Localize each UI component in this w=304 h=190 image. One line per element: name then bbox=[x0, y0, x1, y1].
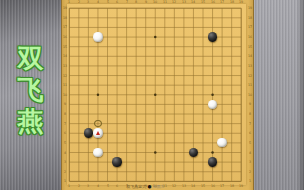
coordinate-label: 11 bbox=[247, 83, 251, 87]
video-frame: 双 飞 燕 1122334455667788991010111112121313… bbox=[0, 0, 304, 190]
title-char-2: 飞 bbox=[18, 75, 44, 107]
black-stone bbox=[112, 157, 121, 166]
white-stone bbox=[208, 100, 217, 109]
white-stone bbox=[217, 138, 226, 147]
coordinate-label: 19 bbox=[247, 6, 251, 10]
black-stone bbox=[189, 148, 198, 157]
video-title: 双 飞 燕 bbox=[0, 43, 61, 138]
caption-right-text: 轮黑方 bbox=[153, 185, 165, 190]
coordinate-label: 9 bbox=[249, 102, 251, 106]
coordinate-label: 15 bbox=[247, 45, 251, 49]
left-metal-panel: 双 飞 燕 bbox=[0, 0, 61, 190]
right-metal-panel bbox=[254, 0, 304, 190]
black-stone-icon: ● bbox=[147, 184, 151, 189]
title-char-3: 燕 bbox=[18, 106, 44, 138]
coordinate-label: 3 bbox=[249, 160, 251, 164]
status-caption: 双飞燕定式 ● 轮黑方 bbox=[97, 184, 193, 190]
circle-marker bbox=[94, 120, 102, 128]
coordinate-label: 18 bbox=[247, 16, 251, 20]
coordinate-label: 14 bbox=[247, 54, 251, 58]
coordinate-label: 4 bbox=[249, 151, 251, 155]
coordinate-label: 17 bbox=[247, 26, 251, 30]
coordinate-label: 10 bbox=[247, 93, 251, 97]
go-board: 1122334455667788991010111112121313141415… bbox=[61, 0, 254, 190]
black-stone bbox=[84, 128, 93, 137]
black-stone bbox=[208, 157, 217, 166]
black-stone bbox=[208, 32, 217, 41]
caption-left-text: 双飞燕定式 bbox=[126, 185, 146, 190]
white-stone bbox=[93, 32, 102, 41]
coordinate-label: 13 bbox=[247, 64, 251, 68]
coordinate-label: 8 bbox=[249, 112, 251, 116]
coordinate-label: 16 bbox=[247, 35, 251, 39]
coordinate-label: 2 bbox=[249, 170, 251, 174]
title-char-1: 双 bbox=[18, 43, 44, 75]
board-grid[interactable] bbox=[65, 3, 246, 186]
coordinate-label: 12 bbox=[247, 74, 251, 78]
white-stone bbox=[93, 148, 102, 157]
triangle-marker bbox=[96, 131, 100, 135]
coordinate-label: 7 bbox=[249, 122, 251, 126]
coordinate-label: 6 bbox=[249, 131, 251, 135]
coordinate-label: 1 bbox=[249, 179, 251, 183]
coordinate-label: 5 bbox=[249, 141, 251, 145]
